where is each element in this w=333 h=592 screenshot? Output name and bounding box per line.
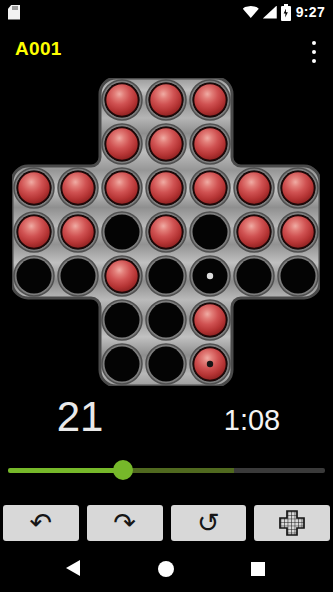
- redo-button[interactable]: ↷: [87, 505, 163, 541]
- cell-r4-c7[interactable]: [278, 212, 318, 252]
- cell-r4-c2[interactable]: [58, 212, 98, 252]
- slider-progress: [8, 468, 123, 473]
- cell-r1-c5[interactable]: [190, 80, 230, 120]
- elapsed-time: 1:08: [208, 406, 296, 435]
- cell-r3-c4[interactable]: [146, 168, 186, 208]
- cell-r3-c3[interactable]: [102, 168, 142, 208]
- cell-r3-c6[interactable]: [234, 168, 274, 208]
- status-bar: 9:27: [0, 0, 333, 24]
- board[interactable]: [12, 78, 320, 386]
- slider-track: [234, 468, 325, 473]
- wifi-icon: [243, 6, 259, 18]
- slider-thumb[interactable]: [113, 460, 133, 480]
- restart-icon: ↺: [197, 509, 220, 536]
- cell-r5-c6[interactable]: [234, 256, 274, 296]
- puzzle-title: A001: [15, 38, 62, 60]
- slider-secondary-progress: [123, 468, 234, 473]
- cell-r6-c5[interactable]: [190, 300, 230, 340]
- cell-r2-c4[interactable]: [146, 124, 186, 164]
- cell-r5-c7[interactable]: [278, 256, 318, 296]
- cell-r5-c4[interactable]: [146, 256, 186, 296]
- cell-r7-c5[interactable]: [190, 344, 230, 384]
- board-svg[interactable]: [12, 78, 320, 386]
- cell-r1-c3[interactable]: [102, 80, 142, 120]
- undo-button[interactable]: ↶: [3, 505, 79, 541]
- cell-r5-c3[interactable]: [102, 256, 142, 296]
- cell-r4-c5[interactable]: [190, 212, 230, 252]
- cross-grid-icon: [277, 508, 307, 538]
- cell-r1-c4[interactable]: [146, 80, 186, 120]
- restart-button[interactable]: ↺: [171, 505, 247, 541]
- battery-charging-icon: [281, 4, 291, 21]
- undo-icon: ↶: [30, 509, 53, 536]
- overflow-menu-icon[interactable]: [305, 41, 323, 63]
- cell-r7-c4[interactable]: [146, 344, 186, 384]
- nav-back-icon[interactable]: [66, 560, 80, 576]
- screen: 9:27 A001: [0, 0, 333, 592]
- cell-r3-c1[interactable]: [14, 168, 54, 208]
- cell-r3-c5[interactable]: [190, 168, 230, 208]
- cell-r6-c4[interactable]: [146, 300, 186, 340]
- cell-r2-c3[interactable]: [102, 124, 142, 164]
- board-select-button[interactable]: [254, 505, 330, 541]
- history-slider[interactable]: [8, 460, 325, 480]
- cellular-signal-icon: [263, 6, 277, 19]
- cell-r4-c3[interactable]: [102, 212, 142, 252]
- status-time: 9:27: [296, 4, 325, 20]
- cell-r2-c5[interactable]: [190, 124, 230, 164]
- cell-r5-c5[interactable]: [190, 256, 230, 296]
- nav-home-icon[interactable]: [158, 561, 174, 577]
- cell-r5-c2[interactable]: [58, 256, 98, 296]
- cell-r4-c6[interactable]: [234, 212, 274, 252]
- redo-icon: ↷: [113, 509, 136, 536]
- cell-r7-c3[interactable]: [102, 344, 142, 384]
- cell-r4-c4[interactable]: [146, 212, 186, 252]
- toolbar: ↶ ↷ ↺: [3, 505, 330, 541]
- cell-r3-c2[interactable]: [58, 168, 98, 208]
- cell-r4-c1[interactable]: [14, 212, 54, 252]
- cell-r5-c1[interactable]: [14, 256, 54, 296]
- nav-recents-icon[interactable]: [251, 562, 265, 576]
- sd-card-icon: [8, 5, 20, 20]
- cell-r3-c7[interactable]: [278, 168, 318, 208]
- cell-r6-c3[interactable]: [102, 300, 142, 340]
- pegs-remaining: 21: [35, 396, 125, 438]
